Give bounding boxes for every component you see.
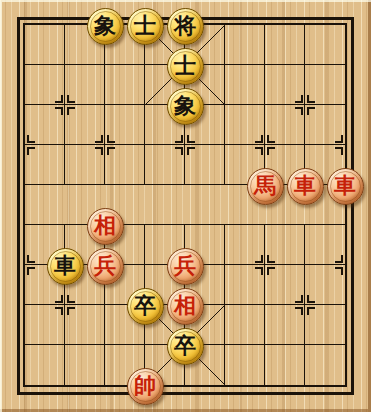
piece-character: 卒 (174, 334, 196, 356)
piece-black-elephant[interactable]: 象 (167, 88, 204, 125)
pieces-layer: 象士将士象馬車車相車兵兵卒相卒帥 (0, 0, 371, 412)
xiangqi-board: 象士将士象馬車車相車兵兵卒相卒帥 (0, 0, 371, 412)
piece-character: 馬 (254, 174, 276, 196)
piece-character: 車 (334, 174, 356, 196)
piece-character: 士 (134, 14, 156, 36)
piece-red-soldier[interactable]: 兵 (167, 248, 204, 285)
piece-character: 車 (54, 254, 76, 276)
piece-black-advisor[interactable]: 士 (167, 48, 204, 85)
piece-character: 相 (94, 214, 116, 236)
piece-red-horse[interactable]: 馬 (247, 168, 284, 205)
piece-character: 象 (94, 14, 116, 36)
piece-black-chariot[interactable]: 車 (47, 248, 84, 285)
piece-black-elephant[interactable]: 象 (87, 8, 124, 45)
piece-black-general[interactable]: 将 (167, 8, 204, 45)
piece-black-soldier[interactable]: 卒 (127, 288, 164, 325)
piece-character: 相 (174, 294, 196, 316)
piece-character: 士 (174, 54, 196, 76)
piece-character: 帥 (134, 374, 156, 396)
piece-red-general[interactable]: 帥 (127, 368, 164, 405)
piece-red-elephant[interactable]: 相 (167, 288, 204, 325)
piece-character: 卒 (134, 294, 156, 316)
piece-black-advisor[interactable]: 士 (127, 8, 164, 45)
piece-character: 象 (174, 94, 196, 116)
piece-character: 車 (294, 174, 316, 196)
piece-red-soldier[interactable]: 兵 (87, 248, 124, 285)
piece-character: 将 (174, 14, 196, 36)
piece-red-chariot[interactable]: 車 (327, 168, 364, 205)
piece-black-soldier[interactable]: 卒 (167, 328, 204, 365)
piece-character: 兵 (174, 254, 196, 276)
piece-character: 兵 (94, 254, 116, 276)
piece-red-chariot[interactable]: 車 (287, 168, 324, 205)
piece-red-elephant[interactable]: 相 (87, 208, 124, 245)
